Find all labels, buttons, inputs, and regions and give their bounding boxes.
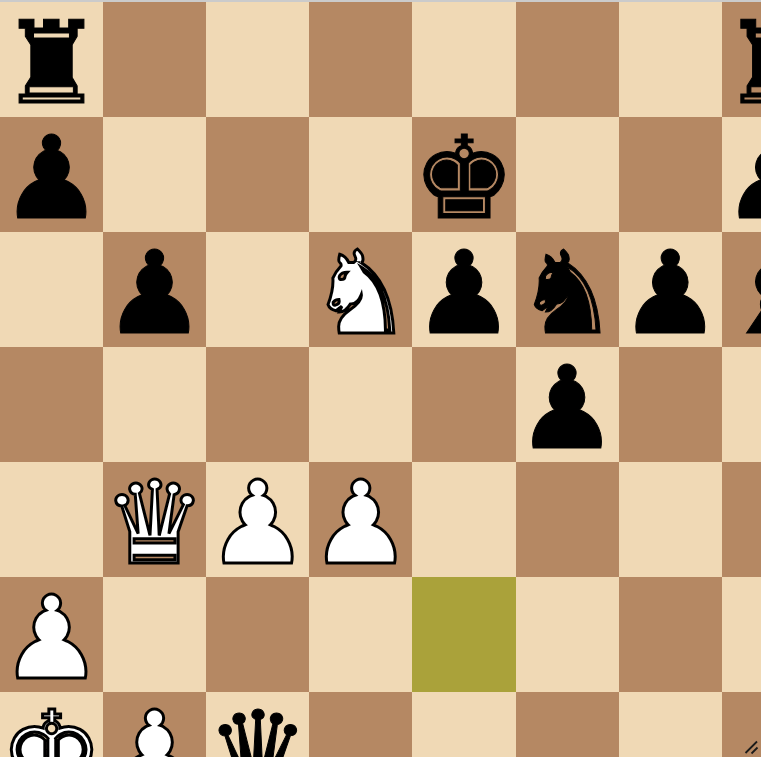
square-g6[interactable]: ♟ <box>619 232 722 347</box>
square-b7[interactable] <box>103 117 206 232</box>
square-d4[interactable]: ♟ <box>309 462 412 577</box>
square-f2[interactable] <box>516 692 619 757</box>
square-g7[interactable] <box>619 117 722 232</box>
square-b8[interactable] <box>103 2 206 117</box>
square-a8[interactable]: ♜ <box>0 2 103 117</box>
square-d6[interactable]: ♞ <box>309 232 412 347</box>
piece-black-pawn[interactable]: ♟ <box>103 236 206 351</box>
square-a3[interactable]: ♟ <box>0 577 103 692</box>
piece-black-knight[interactable]: ♞ <box>516 236 619 351</box>
chess-board: ♜♜8♟♚♟7♟♞♟♞♟♝6♟5♛♟♟4♟3♚♟♛2abc♞defg1h <box>0 2 761 757</box>
square-d5[interactable] <box>309 347 412 462</box>
square-h5[interactable]: 5 <box>722 347 761 462</box>
piece-black-pawn[interactable]: ♟ <box>0 121 103 236</box>
piece-white-pawn[interactable]: ♟ <box>309 466 412 581</box>
square-b5[interactable] <box>103 347 206 462</box>
piece-white-knight[interactable]: ♞ <box>309 236 412 351</box>
square-d7[interactable] <box>309 117 412 232</box>
piece-white-pawn[interactable]: ♟ <box>206 466 309 581</box>
square-b6[interactable]: ♟ <box>103 232 206 347</box>
piece-black-rook[interactable]: ♜ <box>0 6 103 121</box>
square-a4[interactable] <box>0 462 103 577</box>
square-f4[interactable] <box>516 462 619 577</box>
piece-white-queen[interactable]: ♛ <box>103 466 206 581</box>
square-f7[interactable] <box>516 117 619 232</box>
square-c7[interactable] <box>206 117 309 232</box>
square-a7[interactable]: ♟ <box>0 117 103 232</box>
square-e7[interactable]: ♚ <box>412 117 515 232</box>
piece-black-pawn[interactable]: ♟ <box>412 236 515 351</box>
square-c8[interactable] <box>206 2 309 117</box>
board-resize-handle-icon[interactable] <box>743 739 759 755</box>
square-g2[interactable] <box>619 692 722 757</box>
square-f3[interactable] <box>516 577 619 692</box>
square-h6[interactable]: ♝6 <box>722 232 761 347</box>
square-e3[interactable] <box>412 577 515 692</box>
piece-black-pawn[interactable]: ♟ <box>619 236 722 351</box>
square-a2[interactable]: ♚ <box>0 692 103 757</box>
square-h7[interactable]: ♟7 <box>722 117 761 232</box>
square-g8[interactable] <box>619 2 722 117</box>
piece-black-pawn[interactable]: ♟ <box>516 351 619 466</box>
square-c6[interactable] <box>206 232 309 347</box>
square-c3[interactable] <box>206 577 309 692</box>
piece-black-bishop[interactable]: ♝ <box>722 236 761 351</box>
square-f6[interactable]: ♞ <box>516 232 619 347</box>
square-e4[interactable] <box>412 462 515 577</box>
square-c2[interactable]: ♛ <box>206 692 309 757</box>
square-h8[interactable]: ♜8 <box>722 2 761 117</box>
square-a6[interactable] <box>0 232 103 347</box>
piece-white-pawn[interactable]: ♟ <box>103 696 206 757</box>
square-b2[interactable]: ♟ <box>103 692 206 757</box>
square-g3[interactable] <box>619 577 722 692</box>
square-a5[interactable] <box>0 347 103 462</box>
piece-black-queen[interactable]: ♛ <box>206 696 309 757</box>
square-e5[interactable] <box>412 347 515 462</box>
piece-black-king[interactable]: ♚ <box>412 121 515 236</box>
square-c4[interactable]: ♟ <box>206 462 309 577</box>
square-b3[interactable] <box>103 577 206 692</box>
square-e8[interactable] <box>412 2 515 117</box>
square-h3[interactable]: 3 <box>722 577 761 692</box>
square-b4[interactable]: ♛ <box>103 462 206 577</box>
piece-white-king[interactable]: ♚ <box>0 696 103 757</box>
piece-black-pawn[interactable]: ♟ <box>722 121 761 236</box>
square-g4[interactable] <box>619 462 722 577</box>
square-d2[interactable] <box>309 692 412 757</box>
square-f5[interactable]: ♟ <box>516 347 619 462</box>
piece-white-pawn[interactable]: ♟ <box>0 581 103 696</box>
square-c5[interactable] <box>206 347 309 462</box>
square-g5[interactable] <box>619 347 722 462</box>
square-h4[interactable]: 4 <box>722 462 761 577</box>
piece-black-rook[interactable]: ♜ <box>722 6 761 121</box>
square-e6[interactable]: ♟ <box>412 232 515 347</box>
square-e2[interactable] <box>412 692 515 757</box>
square-d8[interactable] <box>309 2 412 117</box>
square-d3[interactable] <box>309 577 412 692</box>
square-f8[interactable] <box>516 2 619 117</box>
